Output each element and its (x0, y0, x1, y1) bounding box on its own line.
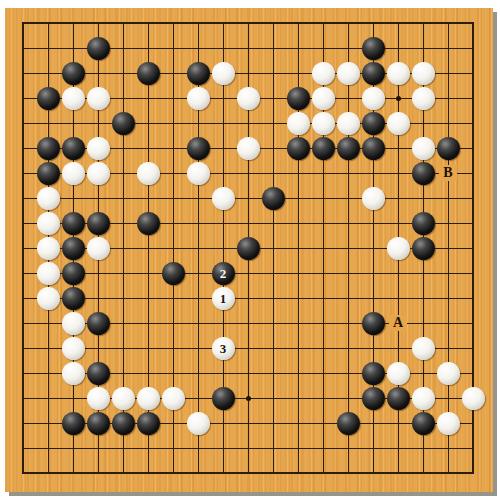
black-stone (237, 237, 260, 260)
black-stone (287, 137, 310, 160)
black-stone (87, 37, 110, 60)
black-stone (62, 412, 85, 435)
black-stone (387, 387, 410, 410)
black-stone (137, 62, 160, 85)
grid-line-horizontal (23, 348, 473, 349)
white-stone (312, 62, 335, 85)
white-stone (387, 112, 410, 135)
white-stone (437, 412, 460, 435)
star-point (246, 396, 251, 401)
white-stone (137, 162, 160, 185)
white-stone (87, 162, 110, 185)
black-stone (312, 137, 335, 160)
white-stone (312, 87, 335, 110)
white-stone (312, 112, 335, 135)
black-stone (337, 137, 360, 160)
white-stone (37, 287, 60, 310)
white-stone (412, 387, 435, 410)
black-stone (187, 137, 210, 160)
white-stone (337, 112, 360, 135)
black-stone (187, 62, 210, 85)
black-stone (362, 362, 385, 385)
black-stone (412, 412, 435, 435)
board-letter-B: B (439, 165, 457, 181)
black-stone (337, 412, 360, 435)
white-stone (37, 212, 60, 235)
white-stone (387, 237, 410, 260)
black-stone (362, 387, 385, 410)
black-stone (137, 212, 160, 235)
black-stone (62, 287, 85, 310)
black-stone (62, 237, 85, 260)
board-letter-A: A (389, 315, 407, 331)
white-stone-move-1: 1 (212, 287, 235, 310)
black-stone (412, 237, 435, 260)
white-stone (337, 62, 360, 85)
black-stone (62, 212, 85, 235)
black-stone (162, 262, 185, 285)
white-stone (37, 262, 60, 285)
go-board[interactable]: 213BA (5, 8, 493, 492)
white-stone (62, 337, 85, 360)
white-stone (87, 137, 110, 160)
black-stone (37, 137, 60, 160)
white-stone (87, 237, 110, 260)
grid-line-horizontal (23, 448, 473, 449)
black-stone (37, 162, 60, 185)
white-stone (187, 162, 210, 185)
grid-line-horizontal (23, 298, 473, 299)
white-stone (412, 87, 435, 110)
black-stone (412, 212, 435, 235)
white-stone-move-3: 3 (212, 337, 235, 360)
black-stone (362, 312, 385, 335)
black-stone (262, 187, 285, 210)
black-stone (37, 87, 60, 110)
white-stone (212, 187, 235, 210)
white-stone (237, 87, 260, 110)
black-stone (137, 412, 160, 435)
white-stone (212, 62, 235, 85)
white-stone (387, 362, 410, 385)
black-stone (62, 62, 85, 85)
white-stone (62, 162, 85, 185)
black-stone (112, 412, 135, 435)
black-stone (87, 412, 110, 435)
black-stone (62, 137, 85, 160)
black-stone (412, 162, 435, 185)
grid-line-vertical (273, 23, 274, 473)
black-stone (87, 212, 110, 235)
white-stone (112, 387, 135, 410)
white-stone (162, 387, 185, 410)
white-stone (387, 62, 410, 85)
black-stone (212, 387, 235, 410)
white-stone (412, 337, 435, 360)
white-stone (412, 62, 435, 85)
white-stone (62, 362, 85, 385)
black-stone (112, 112, 135, 135)
grid-line-vertical (448, 23, 449, 473)
white-stone (137, 387, 160, 410)
black-stone (87, 362, 110, 385)
screenshot-root: { "game": "go", "board": { "size": 19, "… (0, 0, 500, 500)
white-stone (462, 387, 485, 410)
black-stone (362, 137, 385, 160)
black-stone-move-2: 2 (212, 262, 235, 285)
white-stone (287, 112, 310, 135)
grid-line-vertical (348, 23, 349, 473)
white-stone (362, 87, 385, 110)
white-stone (87, 87, 110, 110)
black-stone (362, 112, 385, 135)
black-stone (87, 312, 110, 335)
black-stone (362, 37, 385, 60)
white-stone (37, 237, 60, 260)
white-stone (362, 187, 385, 210)
black-stone (287, 87, 310, 110)
black-stone (437, 137, 460, 160)
black-stone (362, 62, 385, 85)
white-stone (37, 187, 60, 210)
black-stone (62, 262, 85, 285)
star-point (396, 96, 401, 101)
white-stone (187, 87, 210, 110)
white-stone (437, 362, 460, 385)
white-stone (62, 87, 85, 110)
white-stone (412, 137, 435, 160)
white-stone (87, 387, 110, 410)
white-stone (187, 412, 210, 435)
white-stone (237, 137, 260, 160)
grid-line-horizontal (23, 273, 473, 274)
white-stone (62, 312, 85, 335)
